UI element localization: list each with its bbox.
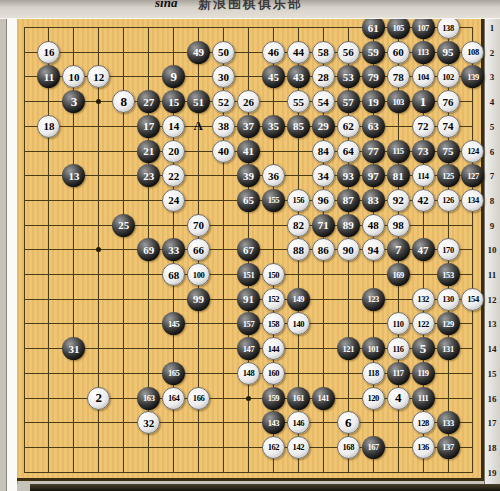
- stone-w-160: 160: [262, 362, 285, 385]
- stone-w-38: 38: [212, 115, 235, 138]
- stone-w-16: 16: [37, 41, 60, 64]
- stone-b-35: 35: [262, 115, 285, 138]
- stone-b-33: 33: [162, 238, 185, 261]
- stone-w-162: 162: [262, 436, 285, 459]
- row-label-4: 4: [485, 97, 499, 107]
- stone-b-45: 45: [262, 65, 285, 88]
- row-label-16: 16: [485, 394, 499, 404]
- stone-w-134: 134: [461, 189, 484, 212]
- grid-line: [24, 472, 473, 473]
- stone-w-142: 142: [287, 436, 310, 459]
- stone-w-68: 68: [162, 263, 185, 286]
- stone-w-156: 156: [287, 189, 310, 212]
- stone-b-11: 11: [37, 65, 60, 88]
- stone-w-50: 50: [212, 41, 235, 64]
- stone-b-159: 159: [262, 387, 285, 410]
- stone-b-141: 141: [312, 387, 335, 410]
- app-title: 新浪围棋俱乐部: [198, 0, 303, 13]
- row-coordinate-strip: 12345678910111213141516171819: [484, 18, 500, 484]
- stone-b-85: 85: [287, 115, 310, 138]
- grid-line: [472, 28, 473, 473]
- stone-b-25: 25: [112, 214, 135, 237]
- stone-b-13: 13: [62, 164, 85, 187]
- stone-w-88: 88: [287, 238, 310, 261]
- sina-logo: sina: [155, 0, 177, 11]
- stone-b-121: 121: [337, 337, 360, 360]
- stone-w-98: 98: [387, 214, 410, 237]
- stone-w-34: 34: [312, 164, 335, 187]
- stone-b-15: 15: [162, 90, 185, 113]
- row-label-17: 17: [485, 418, 499, 428]
- stone-w-92: 92: [387, 189, 410, 212]
- stone-w-4: 4: [387, 387, 410, 410]
- stone-w-60: 60: [387, 41, 410, 64]
- stone-b-83: 83: [362, 189, 385, 212]
- stone-w-22: 22: [162, 164, 185, 187]
- bottom-corner: [17, 484, 30, 491]
- stone-b-23: 23: [137, 164, 160, 187]
- row-label-13: 13: [485, 319, 499, 329]
- stone-b-113: 113: [412, 41, 435, 64]
- stone-b-5: 5: [412, 337, 435, 360]
- stone-b-115: 115: [387, 140, 410, 163]
- stone-w-8: 8: [112, 90, 135, 113]
- stone-b-1: 1: [412, 90, 435, 113]
- stone-w-76: 76: [437, 90, 460, 113]
- stone-b-119: 119: [412, 362, 435, 385]
- stone-w-18: 18: [37, 115, 60, 138]
- stone-b-97: 97: [362, 164, 385, 187]
- stone-b-75: 75: [437, 140, 460, 163]
- stone-w-86: 86: [312, 238, 335, 261]
- stone-w-128: 128: [412, 411, 435, 434]
- stone-b-21: 21: [137, 140, 160, 163]
- stone-w-78: 78: [387, 65, 410, 88]
- stone-b-111: 111: [412, 387, 435, 410]
- stone-b-169: 169: [387, 263, 410, 286]
- stone-b-151: 151: [237, 263, 260, 286]
- stone-b-145: 145: [162, 312, 185, 335]
- stone-b-149: 149: [287, 288, 310, 311]
- stone-w-170: 170: [437, 238, 460, 261]
- stone-b-29: 29: [312, 115, 335, 138]
- stone-b-3: 3: [62, 90, 85, 113]
- stone-w-32: 32: [137, 411, 160, 434]
- row-label-11: 11: [485, 270, 499, 280]
- stone-b-17: 17: [137, 115, 160, 138]
- stone-b-91: 91: [237, 288, 260, 311]
- row-label-15: 15: [485, 369, 499, 379]
- stone-w-148: 148: [237, 362, 260, 385]
- row-label-18: 18: [485, 443, 499, 453]
- stone-b-49: 49: [187, 41, 210, 64]
- go-board[interactable]: A611051071381649504644585659601139510811…: [17, 18, 484, 481]
- stone-b-131: 131: [437, 337, 460, 360]
- stone-w-110: 110: [387, 312, 410, 335]
- stone-w-24: 24: [162, 189, 185, 212]
- row-label-1: 1: [485, 23, 499, 33]
- stone-b-157: 157: [237, 312, 260, 335]
- stone-w-108: 108: [461, 41, 484, 64]
- stone-w-12: 12: [87, 65, 110, 88]
- stone-w-55: 55: [287, 90, 310, 113]
- stone-w-158: 158: [262, 312, 285, 335]
- stone-b-87: 87: [337, 189, 360, 212]
- row-label-6: 6: [485, 147, 499, 157]
- stone-b-67: 67: [237, 238, 260, 261]
- stone-w-30: 30: [212, 65, 235, 88]
- stone-b-65: 65: [237, 189, 260, 212]
- star-point: [96, 99, 101, 104]
- stone-w-114: 114: [412, 164, 435, 187]
- stone-b-81: 81: [387, 164, 410, 187]
- stone-w-62: 62: [337, 115, 360, 138]
- row-label-3: 3: [485, 72, 499, 82]
- stone-b-163: 163: [137, 387, 160, 410]
- stone-w-20: 20: [162, 140, 185, 163]
- stone-b-19: 19: [362, 90, 385, 113]
- stone-b-39: 39: [237, 164, 260, 187]
- stone-b-27: 27: [137, 90, 160, 113]
- stone-w-42: 42: [412, 189, 435, 212]
- stone-w-52: 52: [212, 90, 235, 113]
- stone-w-44: 44: [287, 41, 310, 64]
- stone-w-96: 96: [312, 189, 335, 212]
- stone-w-116: 116: [387, 337, 410, 360]
- stone-w-82: 82: [287, 214, 310, 237]
- stone-b-77: 77: [362, 140, 385, 163]
- stone-b-155: 155: [262, 189, 285, 212]
- row-label-9: 9: [485, 221, 499, 231]
- row-label-14: 14: [485, 344, 499, 354]
- stone-b-127: 127: [461, 164, 484, 187]
- stone-w-74: 74: [437, 115, 460, 138]
- stone-b-123: 123: [362, 288, 385, 311]
- title-bar: sina 新浪围棋俱乐部: [0, 0, 500, 19]
- stone-b-53: 53: [337, 65, 360, 88]
- stone-b-93: 93: [337, 164, 360, 187]
- stone-b-133: 133: [437, 411, 460, 434]
- stone-b-143: 143: [262, 411, 285, 434]
- stone-w-14: 14: [162, 115, 185, 138]
- stone-w-10: 10: [62, 65, 85, 88]
- stone-b-95: 95: [437, 41, 460, 64]
- stone-w-84: 84: [312, 140, 335, 163]
- stone-b-79: 79: [362, 65, 385, 88]
- stone-w-122: 122: [412, 312, 435, 335]
- stone-w-130: 130: [437, 288, 460, 311]
- star-point: [96, 247, 101, 252]
- stone-w-48: 48: [362, 214, 385, 237]
- stone-b-61: 61: [362, 16, 385, 39]
- stone-b-103: 103: [387, 90, 410, 113]
- stone-w-140: 140: [287, 312, 310, 335]
- stone-w-132: 132: [412, 288, 435, 311]
- stone-w-152: 152: [262, 288, 285, 311]
- stone-w-70: 70: [187, 214, 210, 237]
- stone-w-120: 120: [362, 387, 385, 410]
- row-label-7: 7: [485, 171, 499, 181]
- stone-w-66: 66: [187, 238, 210, 261]
- stone-b-51: 51: [187, 90, 210, 113]
- row-label-8: 8: [485, 196, 499, 206]
- stone-b-99: 99: [187, 288, 210, 311]
- stone-w-90: 90: [337, 238, 360, 261]
- stone-w-100: 100: [187, 263, 210, 286]
- stone-b-31: 31: [62, 337, 85, 360]
- stone-w-58: 58: [312, 41, 335, 64]
- stone-b-129: 129: [437, 312, 460, 335]
- star-point: [246, 396, 251, 401]
- stone-w-46: 46: [262, 41, 285, 64]
- stone-b-69: 69: [137, 238, 160, 261]
- stone-b-137: 137: [437, 436, 460, 459]
- stone-w-36: 36: [262, 164, 285, 187]
- row-label-10: 10: [485, 245, 499, 255]
- stone-w-118: 118: [362, 362, 385, 385]
- stone-b-125: 125: [437, 164, 460, 187]
- stone-b-59: 59: [362, 41, 385, 64]
- stone-b-107: 107: [412, 16, 435, 39]
- stone-b-73: 73: [412, 140, 435, 163]
- stone-w-54: 54: [312, 90, 335, 113]
- stone-b-43: 43: [287, 65, 310, 88]
- stone-w-126: 126: [437, 189, 460, 212]
- stone-w-56: 56: [337, 41, 360, 64]
- stone-w-104: 104: [412, 65, 435, 88]
- stone-b-63: 63: [362, 115, 385, 138]
- stone-w-102: 102: [437, 65, 460, 88]
- stone-w-150: 150: [262, 263, 285, 286]
- stone-w-40: 40: [212, 140, 235, 163]
- stone-b-167: 167: [362, 436, 385, 459]
- stone-w-146: 146: [287, 411, 310, 434]
- stone-b-153: 153: [437, 263, 460, 286]
- stone-w-124: 124: [461, 140, 484, 163]
- stone-w-136: 136: [412, 436, 435, 459]
- stone-b-117: 117: [387, 362, 410, 385]
- stone-w-6: 6: [337, 411, 360, 434]
- stone-b-9: 9: [162, 65, 185, 88]
- stone-b-47: 47: [412, 238, 435, 261]
- stone-w-166: 166: [187, 387, 210, 410]
- row-label-5: 5: [485, 122, 499, 132]
- stone-b-139: 139: [461, 65, 484, 88]
- stone-w-168: 168: [337, 436, 360, 459]
- stone-b-147: 147: [237, 337, 260, 360]
- bottom-panel-edge: [30, 484, 500, 491]
- stone-w-26: 26: [237, 90, 260, 113]
- stone-w-28: 28: [312, 65, 335, 88]
- stone-w-164: 164: [162, 387, 185, 410]
- stone-b-37: 37: [237, 115, 260, 138]
- row-label-19: 19: [485, 468, 499, 478]
- row-label-12: 12: [485, 295, 499, 305]
- stone-w-2: 2: [87, 387, 110, 410]
- stone-w-154: 154: [461, 288, 484, 311]
- stone-b-7: 7: [387, 238, 410, 261]
- grid-line: [24, 447, 473, 448]
- stone-b-89: 89: [337, 214, 360, 237]
- stone-w-64: 64: [337, 140, 360, 163]
- grid-line: [24, 422, 473, 423]
- stone-w-72: 72: [412, 115, 435, 138]
- stone-b-101: 101: [362, 337, 385, 360]
- stone-b-105: 105: [387, 16, 410, 39]
- stone-b-57: 57: [337, 90, 360, 113]
- stone-w-94: 94: [362, 238, 385, 261]
- row-label-2: 2: [485, 48, 499, 58]
- stone-w-144: 144: [262, 337, 285, 360]
- stone-w-138: 138: [437, 16, 460, 39]
- stone-b-41: 41: [237, 140, 260, 163]
- annotation-A: A: [194, 118, 203, 134]
- stone-b-71: 71: [312, 214, 335, 237]
- stone-b-161: 161: [287, 387, 310, 410]
- stone-b-165: 165: [162, 362, 185, 385]
